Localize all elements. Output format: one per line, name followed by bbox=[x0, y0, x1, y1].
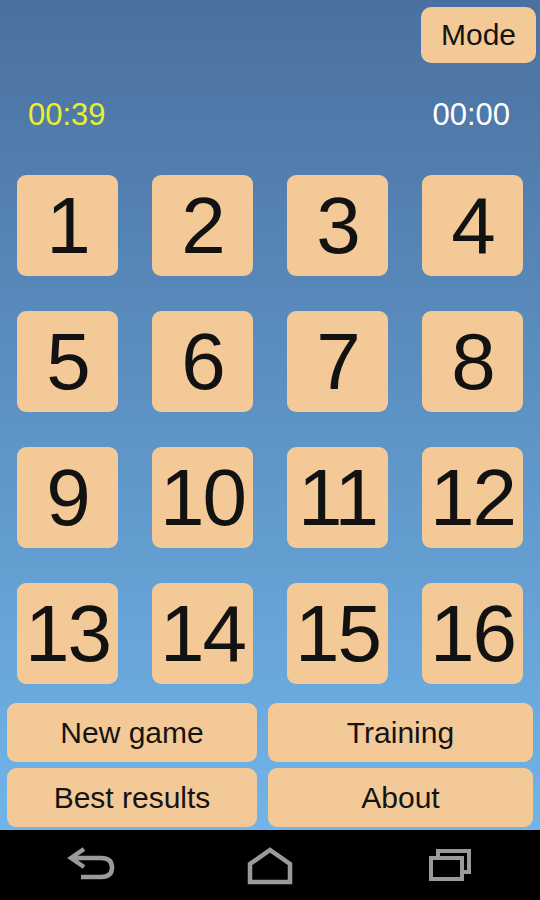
training-button[interactable]: Training bbox=[268, 703, 533, 762]
tile-7[interactable]: 7 bbox=[287, 311, 388, 412]
tile-8[interactable]: 8 bbox=[422, 311, 523, 412]
home-icon bbox=[242, 845, 298, 885]
tile-3[interactable]: 3 bbox=[287, 175, 388, 276]
secondary-timer: 00:00 bbox=[432, 99, 510, 131]
bottom-menu: New game Training Best results About bbox=[7, 703, 533, 827]
tile-14[interactable]: 14 bbox=[152, 583, 253, 684]
elapsed-timer: 00:39 bbox=[28, 99, 106, 131]
app-screen: Mode 00:39 00:00 1 2 3 4 5 6 7 8 9 10 11… bbox=[0, 0, 540, 900]
back-icon bbox=[63, 845, 117, 885]
tile-2[interactable]: 2 bbox=[152, 175, 253, 276]
tile-6[interactable]: 6 bbox=[152, 311, 253, 412]
recents-icon bbox=[423, 845, 477, 885]
about-button[interactable]: About bbox=[268, 768, 533, 827]
back-button[interactable] bbox=[0, 845, 180, 885]
tile-4[interactable]: 4 bbox=[422, 175, 523, 276]
best-results-button[interactable]: Best results bbox=[7, 768, 257, 827]
mode-button[interactable]: Mode bbox=[421, 7, 536, 63]
number-board: 1 2 3 4 5 6 7 8 9 10 11 12 13 14 15 16 bbox=[17, 175, 523, 684]
tile-15[interactable]: 15 bbox=[287, 583, 388, 684]
tile-11[interactable]: 11 bbox=[287, 447, 388, 548]
timer-row: 00:39 00:00 bbox=[28, 99, 510, 131]
tile-13[interactable]: 13 bbox=[17, 583, 118, 684]
home-button[interactable] bbox=[180, 845, 360, 885]
tile-10[interactable]: 10 bbox=[152, 447, 253, 548]
tile-1[interactable]: 1 bbox=[17, 175, 118, 276]
tile-5[interactable]: 5 bbox=[17, 311, 118, 412]
tile-12[interactable]: 12 bbox=[422, 447, 523, 548]
tile-9[interactable]: 9 bbox=[17, 447, 118, 548]
android-nav-bar bbox=[0, 830, 540, 900]
tile-16[interactable]: 16 bbox=[422, 583, 523, 684]
recents-button[interactable] bbox=[360, 845, 540, 885]
new-game-button[interactable]: New game bbox=[7, 703, 257, 762]
